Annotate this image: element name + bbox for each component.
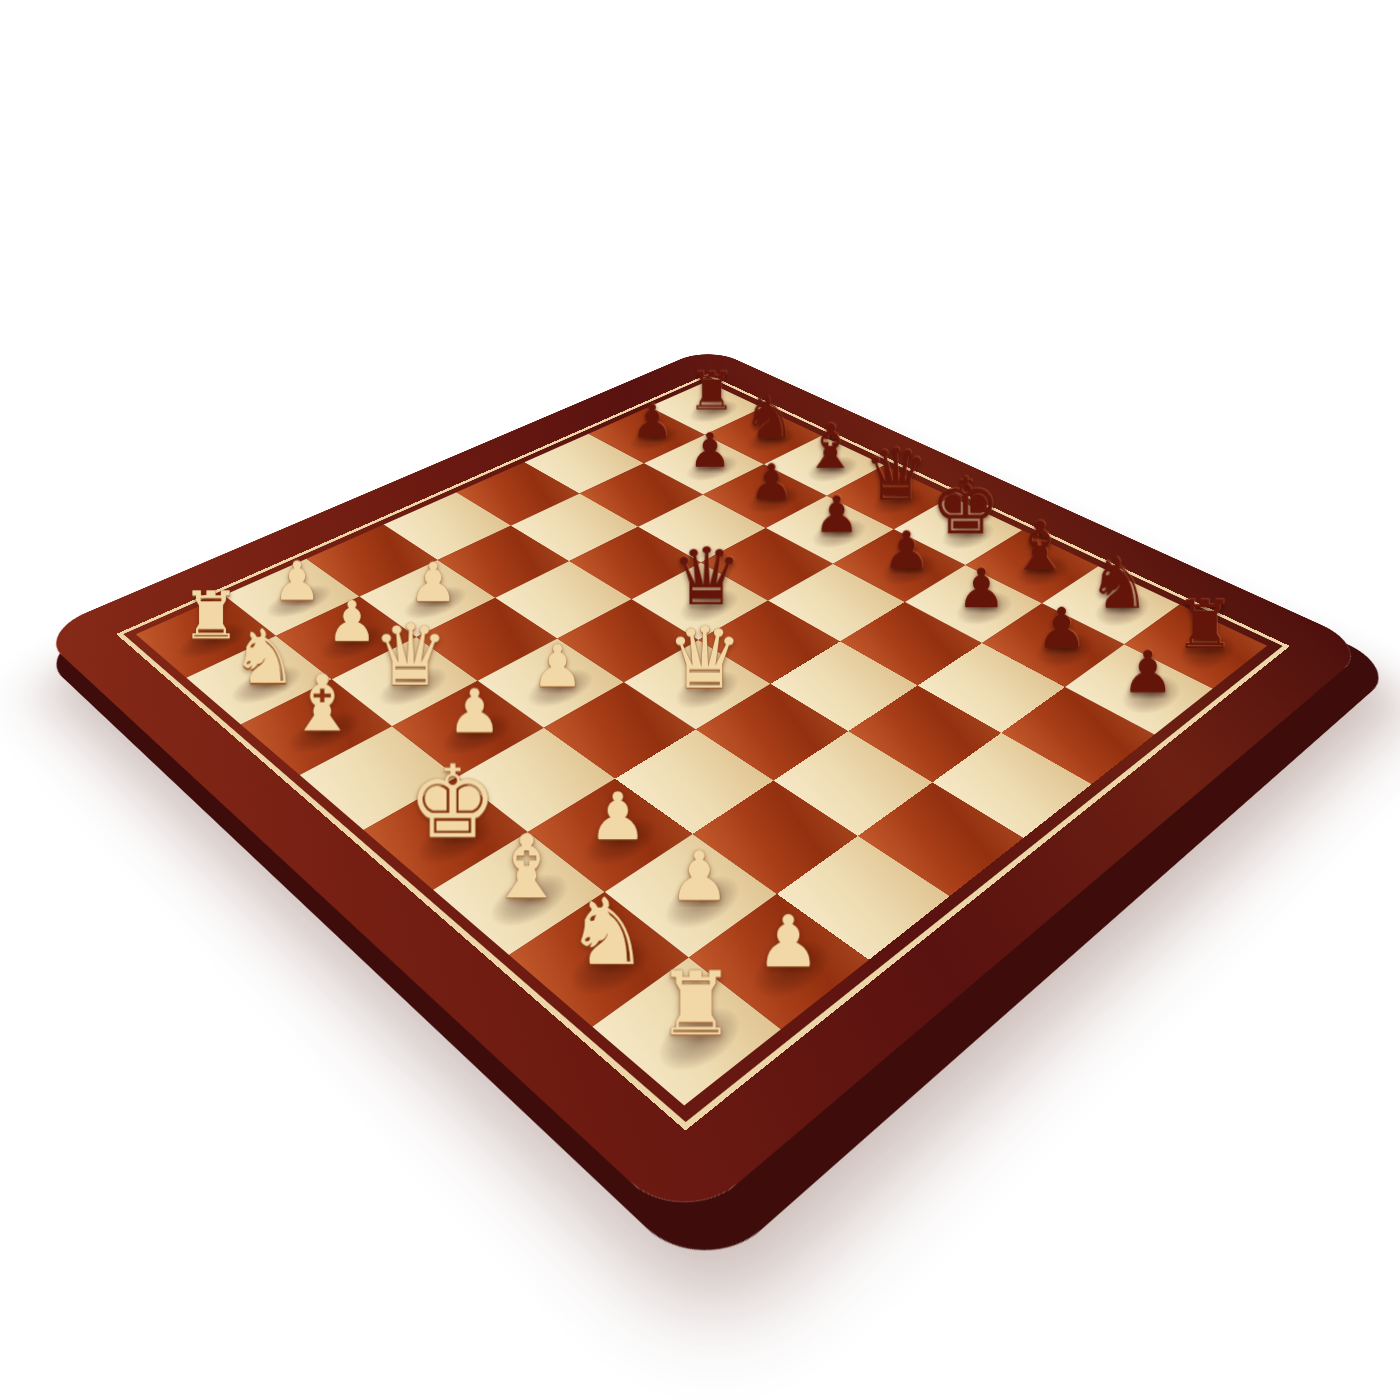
- chessboard: ♜♟♟♜♞♟♟♟♞♝♛♟♝♟♟♛♟♛♚♛♟♚♝♟♟♝♞♟♟♞♜♟♟♜: [136, 381, 1267, 1105]
- chessboard-frame: ♜♟♟♜♞♟♟♟♞♝♛♟♝♟♟♛♟♛♚♛♟♚♝♟♟♝♞♟♟♞♜♟♟♜: [38, 347, 1370, 1230]
- square-f6: [840, 602, 982, 686]
- square-h7: ♟: [1065, 644, 1213, 734]
- square-h1: ♜: [592, 957, 781, 1105]
- photo-background: ♜♟♟♜♞♟♟♟♞♝♛♟♝♟♟♛♟♛♚♛♟♚♝♟♟♝♞♟♟♞♜♟♟♜: [0, 0, 1400, 1400]
- board-boundary-line: ♜♟♟♜♞♟♟♟♞♝♛♟♝♟♟♛♟♛♚♛♟♚♝♟♟♝♞♟♟♞♜♟♟♜: [116, 374, 1290, 1130]
